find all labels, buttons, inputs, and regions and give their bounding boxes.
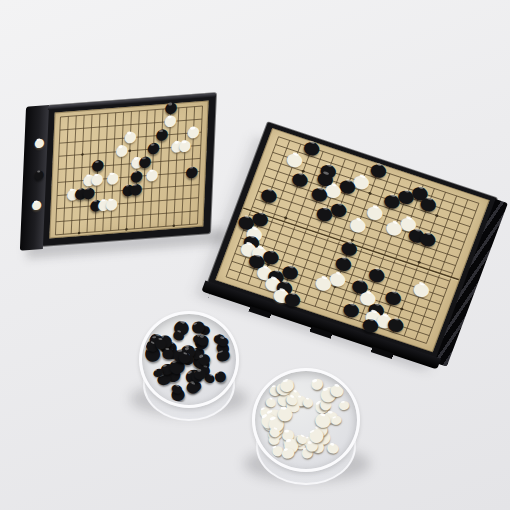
bowl-stone-white: ● — [337, 399, 352, 412]
star-point — [81, 153, 84, 156]
go-stone-white: ● — [105, 170, 121, 186]
go-stone-white: ● — [104, 196, 120, 212]
go-stone-white: ● — [177, 138, 193, 154]
go-stone-white: ● — [33, 136, 46, 149]
small-board-surface: ●●●●●●●●●●●●●●●●●●●●●●●●●● — [49, 101, 208, 239]
bowl-stone-white: ● — [279, 445, 298, 462]
star-point — [172, 224, 175, 227]
star-point — [417, 261, 421, 264]
small-go-board: ●●●●●●●●●●●●●●●●●●●●●●●●●● ● ● ● — [42, 93, 216, 246]
product-photo-scene: ●●●●●●●●●●●●●●●●●●●●●●●●●●●●●●●●●●●●●●●●… — [0, 0, 510, 510]
bowl-stone-white: ● — [325, 440, 342, 456]
bowl-stone-black: ● — [153, 336, 169, 351]
bowl-stone-white: ● — [278, 377, 297, 394]
go-stone-black: ● — [128, 181, 144, 197]
bowl-stone-black: ● — [192, 367, 208, 381]
go-stone-white: ● — [31, 198, 44, 211]
bowl-stone-white: ● — [275, 404, 295, 422]
white-bowl-stones: ●●●●●●●●●●●●●●●●●●●●●●●●●●●●●●●●●●●●●●●●… — [257, 373, 355, 467]
star-point — [284, 216, 288, 219]
small-board-frame: ●●●●●●●●●●●●●●●●●●●●●●●●●● ● ● ● — [42, 93, 216, 246]
bowl-stone-white: ● — [301, 395, 316, 409]
go-stone-black: ● — [33, 168, 46, 181]
black-stones-bowl: ●●●●●●●●●●●●●●●●●●●●●●●●●●●●●●●●●●●●●●●●… — [139, 311, 239, 408]
go-stone-black: ● — [184, 163, 200, 179]
bowl-stone-white: ● — [327, 412, 344, 427]
big-board-surface: ●●●●●●●●●●●●●●●●●●●●●●●●●●●●●●●●●●●●●●●●… — [215, 128, 490, 352]
go-stone-white: ● — [114, 143, 130, 159]
go-stone-white: ● — [145, 166, 161, 182]
star-point — [125, 228, 128, 231]
black-bowl-stones: ●●●●●●●●●●●●●●●●●●●●●●●●●●●●●●●●●●●●●●●●… — [144, 316, 234, 403]
white-stones-bowl: ●●●●●●●●●●●●●●●●●●●●●●●●●●●●●●●●●●●●●●●●… — [252, 368, 360, 472]
star-point — [78, 232, 81, 235]
